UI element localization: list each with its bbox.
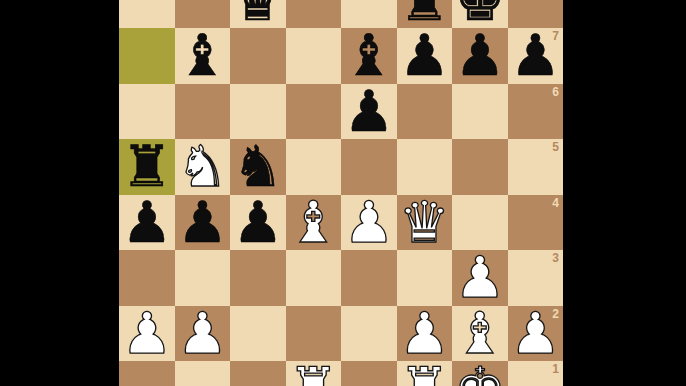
square-b2[interactable]: ♟ bbox=[175, 306, 231, 362]
square-a6[interactable] bbox=[119, 84, 175, 140]
piece-white-pawn[interactable]: ♟ bbox=[454, 250, 505, 306]
square-h2[interactable]: ♟2 bbox=[508, 306, 564, 362]
piece-black-knight[interactable]: ♞ bbox=[232, 139, 283, 195]
square-f5[interactable] bbox=[397, 139, 453, 195]
square-c4[interactable]: ♟ bbox=[230, 195, 286, 251]
square-e7[interactable]: ♝ bbox=[341, 28, 397, 84]
square-f7[interactable]: ♟ bbox=[397, 28, 453, 84]
square-g1[interactable]: ♚ bbox=[452, 361, 508, 386]
square-d6[interactable] bbox=[286, 84, 342, 140]
square-d4[interactable]: ♝ bbox=[286, 195, 342, 251]
square-e5[interactable] bbox=[341, 139, 397, 195]
square-g3[interactable]: ♟ bbox=[452, 250, 508, 306]
square-f2[interactable]: ♟ bbox=[397, 306, 453, 362]
square-g6[interactable] bbox=[452, 84, 508, 140]
piece-black-pawn[interactable]: ♟ bbox=[399, 28, 450, 84]
piece-white-pawn[interactable]: ♟ bbox=[177, 306, 228, 362]
square-a2[interactable]: ♟ bbox=[119, 306, 175, 362]
square-c2[interactable] bbox=[230, 306, 286, 362]
square-b7[interactable]: ♝ bbox=[175, 28, 231, 84]
rank-label-3: 3 bbox=[552, 251, 559, 265]
rank-label-1: 1 bbox=[552, 362, 559, 376]
square-a3[interactable] bbox=[119, 250, 175, 306]
square-f1[interactable]: ♜ bbox=[397, 361, 453, 386]
square-c8[interactable]: ♛ bbox=[230, 0, 286, 28]
square-f6[interactable] bbox=[397, 84, 453, 140]
square-h7[interactable]: ♟7 bbox=[508, 28, 564, 84]
square-d2[interactable] bbox=[286, 306, 342, 362]
square-b5[interactable]: ♞ bbox=[175, 139, 231, 195]
piece-black-pawn[interactable]: ♟ bbox=[121, 195, 172, 251]
piece-black-queen[interactable]: ♛ bbox=[232, 0, 283, 28]
square-a7[interactable] bbox=[119, 28, 175, 84]
square-a5[interactable]: ♜ bbox=[119, 139, 175, 195]
square-e6[interactable]: ♟ bbox=[341, 84, 397, 140]
square-d1[interactable]: ♜ bbox=[286, 361, 342, 386]
square-g4[interactable] bbox=[452, 195, 508, 251]
piece-white-pawn[interactable]: ♟ bbox=[343, 195, 394, 251]
square-d5[interactable] bbox=[286, 139, 342, 195]
square-b3[interactable] bbox=[175, 250, 231, 306]
piece-white-queen[interactable]: ♛ bbox=[399, 195, 450, 251]
square-a8[interactable] bbox=[119, 0, 175, 28]
square-h4[interactable]: 4 bbox=[508, 195, 564, 251]
square-h6[interactable]: 6 bbox=[508, 84, 564, 140]
square-c5[interactable]: ♞ bbox=[230, 139, 286, 195]
square-d7[interactable] bbox=[286, 28, 342, 84]
square-g2[interactable]: ♝ bbox=[452, 306, 508, 362]
letterbox-right bbox=[563, 0, 686, 386]
piece-white-bishop[interactable]: ♝ bbox=[454, 306, 505, 362]
piece-white-knight[interactable]: ♞ bbox=[177, 139, 228, 195]
piece-black-rook[interactable]: ♜ bbox=[121, 139, 172, 195]
rank-label-6: 6 bbox=[552, 85, 559, 99]
square-h3[interactable]: 3 bbox=[508, 250, 564, 306]
square-g5[interactable] bbox=[452, 139, 508, 195]
piece-black-bishop[interactable]: ♝ bbox=[177, 28, 228, 84]
chess-board: ♛♜♚♝♝♟♟♟7♟6♜♞♞5♟♟♟♝♟♛4♟3♟♟♟♝♟2♜♜♚1 bbox=[119, 0, 563, 386]
rank-label-2: 2 bbox=[552, 307, 559, 321]
rank-label-4: 4 bbox=[552, 196, 559, 210]
piece-white-rook[interactable]: ♜ bbox=[288, 361, 339, 386]
square-e4[interactable]: ♟ bbox=[341, 195, 397, 251]
piece-white-rook[interactable]: ♜ bbox=[399, 361, 450, 386]
rank-label-7: 7 bbox=[552, 29, 559, 43]
letterbox-left bbox=[0, 0, 119, 386]
square-f4[interactable]: ♛ bbox=[397, 195, 453, 251]
rank-label-5: 5 bbox=[552, 140, 559, 154]
square-c1[interactable] bbox=[230, 361, 286, 386]
square-c3[interactable] bbox=[230, 250, 286, 306]
piece-black-pawn[interactable]: ♟ bbox=[177, 195, 228, 251]
piece-white-king[interactable]: ♚ bbox=[454, 361, 505, 386]
square-b4[interactable]: ♟ bbox=[175, 195, 231, 251]
square-g7[interactable]: ♟ bbox=[452, 28, 508, 84]
square-f3[interactable] bbox=[397, 250, 453, 306]
piece-black-pawn[interactable]: ♟ bbox=[343, 84, 394, 140]
piece-black-pawn[interactable]: ♟ bbox=[232, 195, 283, 251]
square-c7[interactable] bbox=[230, 28, 286, 84]
square-a4[interactable]: ♟ bbox=[119, 195, 175, 251]
piece-white-pawn[interactable]: ♟ bbox=[121, 306, 172, 362]
square-d3[interactable] bbox=[286, 250, 342, 306]
piece-black-pawn[interactable]: ♟ bbox=[454, 28, 505, 84]
square-h5[interactable]: 5 bbox=[508, 139, 564, 195]
square-e1[interactable] bbox=[341, 361, 397, 386]
square-c6[interactable] bbox=[230, 84, 286, 140]
square-b6[interactable] bbox=[175, 84, 231, 140]
square-e2[interactable] bbox=[341, 306, 397, 362]
piece-black-bishop[interactable]: ♝ bbox=[343, 28, 394, 84]
piece-white-bishop[interactable]: ♝ bbox=[288, 195, 339, 251]
square-e3[interactable] bbox=[341, 250, 397, 306]
square-d8[interactable] bbox=[286, 0, 342, 28]
chess-app-viewport: ♛♜♚♝♝♟♟♟7♟6♜♞♞5♟♟♟♝♟♛4♟3♟♟♟♝♟2♜♜♚1 bbox=[0, 0, 686, 386]
piece-white-pawn[interactable]: ♟ bbox=[399, 306, 450, 362]
